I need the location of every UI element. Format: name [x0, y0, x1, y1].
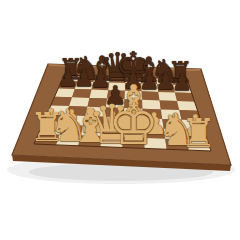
square-g2	[164, 129, 187, 140]
square-b4	[66, 106, 87, 116]
square-d7	[108, 83, 125, 91]
square-h8	[172, 79, 189, 86]
square-e6	[125, 91, 142, 100]
square-e8	[125, 77, 141, 84]
square-f8	[141, 78, 157, 85]
square-d8	[109, 77, 125, 84]
square-d2	[102, 126, 124, 137]
square-g1	[165, 139, 189, 150]
square-d3	[103, 117, 124, 127]
square-e2	[123, 127, 144, 138]
square-g7	[157, 84, 175, 92]
square-d6	[107, 90, 125, 99]
square-b1	[56, 135, 81, 146]
square-e7	[125, 83, 142, 91]
square-b8	[77, 76, 94, 82]
square-g8	[156, 78, 173, 85]
square-e4	[124, 108, 143, 118]
square-f5	[142, 100, 161, 110]
square-c2	[81, 126, 104, 137]
square-g6	[158, 92, 177, 101]
square-f1	[144, 138, 167, 149]
square-d1	[100, 136, 123, 147]
square-b5	[69, 97, 89, 106]
square-b7	[75, 81, 93, 89]
square-d5	[106, 99, 125, 109]
chess-board	[0, 0, 240, 240]
square-c4	[85, 107, 106, 117]
square-d4	[105, 107, 125, 117]
square-g5	[160, 100, 180, 110]
product-photo: ♜♞♝♛♚♝♞♜♟♟♟♟♟♟♟♟♝♟♟♟♟♟♟♟♟♜♞♝♛♚♞♜	[0, 0, 240, 240]
square-e3	[123, 117, 143, 127]
square-g4	[161, 109, 182, 119]
square-f4	[143, 109, 163, 119]
square-b2	[60, 125, 83, 136]
square-c1	[78, 136, 102, 147]
square-e5	[124, 99, 142, 109]
square-c6	[90, 90, 109, 99]
square-g3	[162, 119, 184, 130]
square-f2	[144, 128, 166, 139]
square-b6	[72, 89, 91, 98]
square-f3	[143, 118, 164, 129]
square-b3	[63, 115, 85, 125]
square-c7	[92, 82, 110, 90]
square-c3	[83, 116, 105, 126]
square-f6	[142, 91, 160, 100]
square-c5	[87, 98, 107, 108]
square-c8	[93, 76, 110, 83]
square-e1	[123, 137, 145, 148]
square-f7	[141, 84, 158, 92]
